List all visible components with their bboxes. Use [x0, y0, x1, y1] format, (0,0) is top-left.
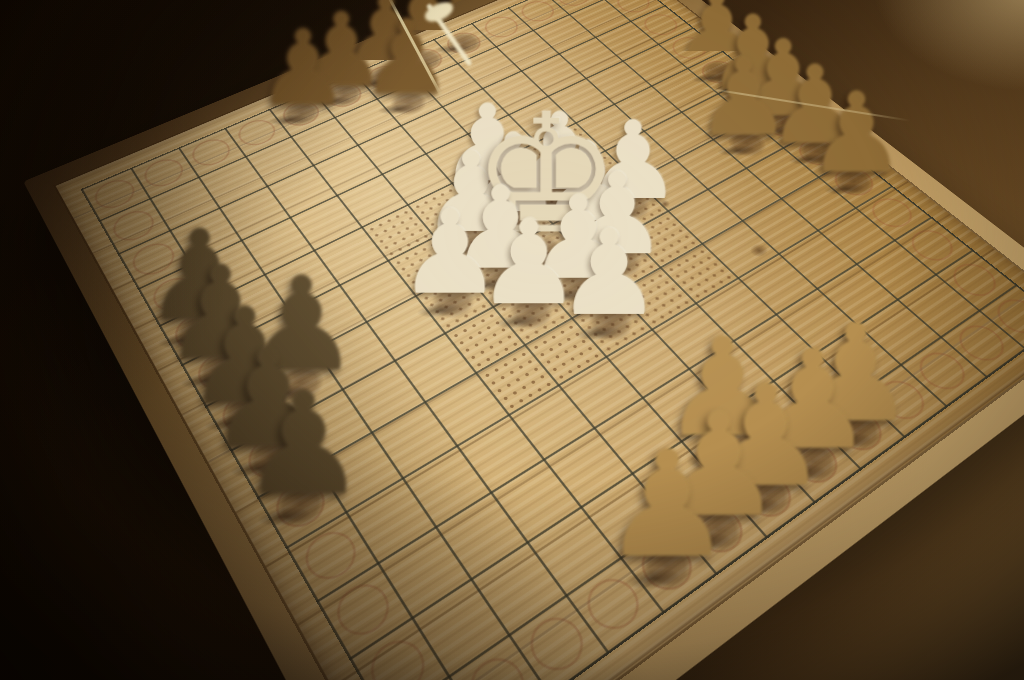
- attacker-piece[interactable]: ♟: [781, 77, 932, 188]
- wood-knot: [750, 244, 768, 257]
- attacker-piece[interactable]: ♟: [232, 15, 374, 120]
- piece-shadow: [566, 321, 631, 346]
- board-scene: ♟♟♟♟♟♟♟♟♟♟♟♟♟♟♟♟♟♟♚♟♟♟♟♟♟♟♟♟♟♟♟♟♟♟♟♟♟: [0, 0, 1024, 680]
- photo-stage: ♟♟♟♟♟♟♟♟♟♟♟♟♟♟♟♟♟♟♚♟♟♟♟♟♟♟♟♟♟♟♟♟♟♟♟♟♟ Hn…: [0, 0, 1024, 680]
- piece-shadow: [248, 501, 320, 533]
- attacker-piece[interactable]: ♟: [208, 373, 400, 515]
- board-cell[interactable]: [470, 542, 565, 635]
- attacker-piece[interactable]: ♟: [567, 430, 767, 578]
- wood-knot: [660, 200, 670, 208]
- board-grid: ♟♟♟♟♟♟♟♟♟♟♟♟♟♟♟♟♟♟♚♟♟♟♟♟♟♟♟♟♟♟♟♟♟♟♟♟♟: [81, 0, 1024, 680]
- board-field: ♟♟♟♟♟♟♟♟♟♟♟♟♟♟♟♟♟♟♚♟♟♟♟♟♟♟♟♟♟♟♟♟♟♟♟♟♟: [56, 0, 1024, 680]
- board-cell[interactable]: ♟: [269, 91, 334, 137]
- hnefatafl-board: ♟♟♟♟♟♟♟♟♟♟♟♟♟♟♟♟♟♟♚♟♟♟♟♟♟♟♟♟♟♟♟♟♟♟♟♟♟: [23, 0, 1024, 680]
